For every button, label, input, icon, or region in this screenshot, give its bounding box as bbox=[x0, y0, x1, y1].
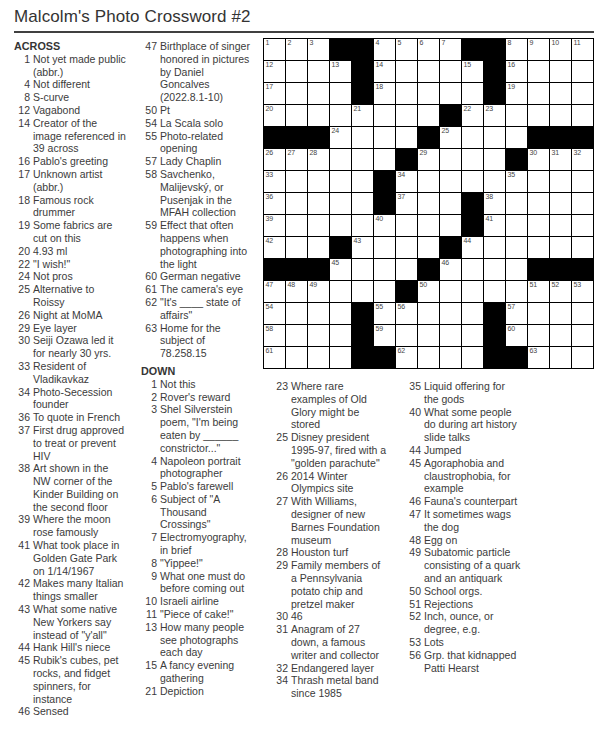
grid-cell[interactable] bbox=[440, 347, 462, 369]
grid-cell[interactable] bbox=[418, 325, 440, 347]
grid-cell[interactable] bbox=[352, 281, 374, 303]
clue-number: 58 bbox=[141, 168, 160, 219]
grid-cell[interactable] bbox=[462, 83, 484, 105]
grid-cell[interactable] bbox=[550, 105, 572, 127]
grid-cell[interactable] bbox=[352, 171, 374, 193]
grid-cell[interactable] bbox=[418, 171, 440, 193]
grid-cell[interactable] bbox=[506, 215, 528, 237]
grid-cell[interactable]: 25 bbox=[440, 127, 462, 149]
clue-number: 22 bbox=[14, 258, 33, 271]
grid-cell[interactable]: 51 bbox=[528, 281, 550, 303]
grid-cell[interactable] bbox=[330, 171, 352, 193]
grid-cell[interactable] bbox=[418, 105, 440, 127]
grid-cell[interactable] bbox=[572, 105, 594, 127]
grid-cell[interactable] bbox=[418, 193, 440, 215]
grid-cell[interactable] bbox=[374, 237, 396, 259]
grid-cell[interactable]: 48 bbox=[286, 281, 308, 303]
grid-cell[interactable] bbox=[528, 193, 550, 215]
clue-text: Sensed bbox=[33, 705, 126, 718]
clue-text: What took place in Golden Gate Park on 1… bbox=[33, 539, 126, 577]
cell-number: 27 bbox=[288, 149, 295, 157]
cell-number: 37 bbox=[398, 193, 405, 201]
grid-cell[interactable] bbox=[506, 259, 528, 281]
grid-cell[interactable] bbox=[352, 259, 374, 281]
grid-cell[interactable] bbox=[572, 347, 594, 369]
grid-cell[interactable] bbox=[550, 215, 572, 237]
grid-cell[interactable] bbox=[330, 303, 352, 325]
grid-cell[interactable] bbox=[462, 325, 484, 347]
clue: 16Pablo's greeting bbox=[14, 155, 126, 168]
grid-cell[interactable]: 11 bbox=[572, 39, 594, 61]
cell-number: 54 bbox=[266, 303, 273, 311]
clue: 17Unknown artist (abbr.) bbox=[14, 168, 126, 194]
grid-cell[interactable] bbox=[308, 347, 330, 369]
clue-text: It sometimes wags the dog bbox=[424, 508, 521, 534]
grid-cell[interactable] bbox=[484, 281, 506, 303]
cell-number: 26 bbox=[266, 149, 273, 157]
grid-cell[interactable] bbox=[462, 171, 484, 193]
cell-number: 18 bbox=[376, 83, 383, 91]
grid-cell[interactable]: 59 bbox=[374, 325, 396, 347]
cell-number: 42 bbox=[266, 237, 273, 245]
grid-cell[interactable]: 36 bbox=[264, 193, 286, 215]
grid-cell[interactable]: 20 bbox=[264, 105, 286, 127]
clue-number: 13 bbox=[141, 621, 160, 659]
cell-number: 3 bbox=[310, 39, 314, 47]
grid-cell[interactable]: 30 bbox=[528, 149, 550, 171]
clue: 30Seiji Ozawa led it for nearly 30 yrs. bbox=[14, 334, 126, 360]
grid-cell[interactable]: 45 bbox=[330, 259, 352, 281]
cell-number: 16 bbox=[508, 61, 515, 69]
grid-cell[interactable]: 55 bbox=[374, 303, 396, 325]
clue-text: To quote in French bbox=[33, 411, 126, 424]
grid-cell[interactable] bbox=[308, 215, 330, 237]
clue-number: 57 bbox=[141, 155, 160, 168]
grid-cell[interactable] bbox=[308, 61, 330, 83]
grid-cell[interactable] bbox=[418, 215, 440, 237]
grid-cell[interactable]: 14 bbox=[374, 61, 396, 83]
clue: 48Egg on bbox=[405, 534, 521, 547]
grid-cell[interactable] bbox=[440, 149, 462, 171]
grid-cell[interactable] bbox=[550, 171, 572, 193]
grid-cell[interactable] bbox=[330, 83, 352, 105]
clue: 35Liquid offering for the gods bbox=[405, 380, 521, 406]
grid-cell[interactable]: 23 bbox=[484, 105, 506, 127]
grid-cell[interactable]: 29 bbox=[418, 149, 440, 171]
cell-number: 20 bbox=[266, 105, 273, 113]
cell-number: 36 bbox=[266, 193, 273, 201]
black-cell bbox=[440, 237, 462, 259]
clue: 3046 bbox=[272, 610, 388, 623]
grid-cell[interactable]: 52 bbox=[550, 281, 572, 303]
grid-cell[interactable]: 5 bbox=[396, 39, 418, 61]
grid-cell[interactable] bbox=[484, 149, 506, 171]
clue-text: Night at MoMA bbox=[33, 309, 126, 322]
grid-cell[interactable]: 1 bbox=[264, 39, 286, 61]
clue-number: 49 bbox=[405, 546, 424, 584]
grid-cell[interactable] bbox=[286, 215, 308, 237]
grid-cell[interactable]: 40 bbox=[374, 215, 396, 237]
cell-number: 15 bbox=[464, 61, 471, 69]
clue: 55Photo-related opening bbox=[141, 130, 253, 156]
cell-number: 51 bbox=[530, 281, 537, 289]
black-cell bbox=[352, 325, 374, 347]
grid-cell[interactable] bbox=[484, 171, 506, 193]
clue-text: Thrash metal band since 1985 bbox=[291, 674, 388, 700]
clue: 29Eye layer bbox=[14, 322, 126, 335]
grid-cell[interactable]: 35 bbox=[506, 171, 528, 193]
cell-number: 55 bbox=[376, 303, 383, 311]
grid-cell[interactable] bbox=[484, 127, 506, 149]
grid-cell[interactable] bbox=[396, 215, 418, 237]
cell-number: 19 bbox=[508, 83, 515, 91]
clue-number: 56 bbox=[405, 649, 424, 675]
grid-cell[interactable] bbox=[352, 127, 374, 149]
black-cell bbox=[374, 171, 396, 193]
grid-cell[interactable]: 60 bbox=[506, 325, 528, 347]
clue-text: Houston turf bbox=[291, 546, 388, 559]
clue: 4Not different bbox=[14, 78, 126, 91]
grid-cell[interactable]: 6 bbox=[418, 39, 440, 61]
grid-cell[interactable]: 9 bbox=[528, 39, 550, 61]
grid-cell[interactable] bbox=[418, 83, 440, 105]
clue: 31Anagram of 27 down, a famous writer an… bbox=[272, 623, 388, 661]
grid-cell[interactable]: 57 bbox=[506, 303, 528, 325]
clue-text: Savchenko, Malijevský, or Pusenjak in th… bbox=[160, 168, 253, 219]
grid-cell[interactable] bbox=[330, 149, 352, 171]
clue-number: 44 bbox=[14, 641, 33, 654]
clue-text: Subject of "A Thousand Crossings" bbox=[160, 493, 253, 531]
grid-cell[interactable] bbox=[462, 127, 484, 149]
grid-cell[interactable] bbox=[550, 83, 572, 105]
grid-cell[interactable] bbox=[572, 215, 594, 237]
grid-cell[interactable]: 47 bbox=[264, 281, 286, 303]
grid-cell[interactable]: 15 bbox=[462, 61, 484, 83]
grid-cell[interactable]: 34 bbox=[396, 171, 418, 193]
grid-cell[interactable]: 41 bbox=[484, 215, 506, 237]
clue: 47Birthplace of singer honored in pictur… bbox=[141, 40, 253, 104]
grid-cell[interactable]: 12 bbox=[264, 61, 286, 83]
clue-text: Rubik's cubes, pet rocks, and fidget spi… bbox=[33, 654, 126, 705]
clue: 26Night at MoMA bbox=[14, 309, 126, 322]
grid-cell[interactable]: 2 bbox=[286, 39, 308, 61]
grid-cell[interactable] bbox=[550, 237, 572, 259]
black-cell bbox=[462, 39, 484, 61]
grid-cell[interactable] bbox=[440, 83, 462, 105]
grid-cell[interactable] bbox=[462, 347, 484, 369]
grid-cell[interactable] bbox=[550, 325, 572, 347]
grid-cell[interactable] bbox=[286, 171, 308, 193]
grid-cell[interactable] bbox=[572, 171, 594, 193]
grid-cell[interactable]: 22 bbox=[462, 105, 484, 127]
grid-cell[interactable]: 37 bbox=[396, 193, 418, 215]
grid-cell[interactable] bbox=[374, 127, 396, 149]
grid-cell[interactable] bbox=[396, 127, 418, 149]
grid-cell[interactable] bbox=[440, 281, 462, 303]
grid-cell[interactable] bbox=[352, 193, 374, 215]
grid-cell[interactable]: 56 bbox=[396, 303, 418, 325]
grid-cell[interactable]: 38 bbox=[484, 193, 506, 215]
grid-cell[interactable] bbox=[330, 193, 352, 215]
grid-cell[interactable] bbox=[440, 193, 462, 215]
grid-cell[interactable]: 44 bbox=[462, 237, 484, 259]
grid-cell[interactable] bbox=[308, 303, 330, 325]
grid-cell[interactable] bbox=[550, 61, 572, 83]
grid-cell[interactable] bbox=[308, 237, 330, 259]
grid-cell[interactable] bbox=[374, 105, 396, 127]
cell-number: 60 bbox=[508, 325, 515, 333]
grid-cell[interactable] bbox=[330, 215, 352, 237]
grid-cell[interactable] bbox=[286, 237, 308, 259]
grid-cell[interactable]: 17 bbox=[264, 83, 286, 105]
grid-cell[interactable] bbox=[286, 83, 308, 105]
grid-cell[interactable]: 18 bbox=[374, 83, 396, 105]
grid-cell[interactable] bbox=[506, 193, 528, 215]
black-cell bbox=[352, 39, 374, 61]
grid-cell[interactable] bbox=[572, 83, 594, 105]
grid-cell[interactable] bbox=[352, 149, 374, 171]
grid-cell[interactable]: 27 bbox=[286, 149, 308, 171]
grid-cell[interactable] bbox=[396, 105, 418, 127]
clue: 34Photo-Secession founder bbox=[14, 386, 126, 412]
black-cell bbox=[330, 39, 352, 61]
grid-cell[interactable] bbox=[550, 303, 572, 325]
clue-text: Makes many Italian things smaller bbox=[33, 577, 126, 603]
grid-cell[interactable]: 24 bbox=[330, 127, 352, 149]
grid-cell[interactable] bbox=[572, 237, 594, 259]
clue: 22"I wish!" bbox=[14, 258, 126, 271]
grid-cell[interactable] bbox=[286, 61, 308, 83]
grid-cell[interactable]: 46 bbox=[440, 259, 462, 281]
grid-cell[interactable]: 10 bbox=[550, 39, 572, 61]
grid-cell[interactable] bbox=[396, 61, 418, 83]
grid-cell[interactable]: 33 bbox=[264, 171, 286, 193]
clue-text: Famous rock drummer bbox=[33, 194, 126, 220]
grid-cell[interactable]: 4 bbox=[374, 39, 396, 61]
grid-cell[interactable]: 16 bbox=[506, 61, 528, 83]
grid-cell[interactable] bbox=[528, 215, 550, 237]
clue: 6Subject of "A Thousand Crossings" bbox=[141, 493, 253, 531]
black-cell bbox=[484, 303, 506, 325]
grid-cell[interactable]: 43 bbox=[352, 237, 374, 259]
black-cell bbox=[374, 193, 396, 215]
grid-cell[interactable] bbox=[528, 325, 550, 347]
clue: 5Pablo's farewell bbox=[141, 480, 253, 493]
grid-cell[interactable] bbox=[506, 127, 528, 149]
grid-cell[interactable]: 21 bbox=[352, 105, 374, 127]
grid-cell[interactable] bbox=[440, 171, 462, 193]
grid-cell[interactable] bbox=[308, 171, 330, 193]
clue-number: 26 bbox=[14, 309, 33, 322]
clue: 57Lady Chaplin bbox=[141, 155, 253, 168]
grid-cell[interactable]: 31 bbox=[550, 149, 572, 171]
grid-cell[interactable] bbox=[506, 281, 528, 303]
grid-cell[interactable] bbox=[528, 303, 550, 325]
black-cell bbox=[374, 347, 396, 369]
grid-cell[interactable]: 7 bbox=[440, 39, 462, 61]
clue-text: Inch, ounce, or degree, e.g. bbox=[424, 610, 521, 636]
clue-text: Unknown artist (abbr.) bbox=[33, 168, 126, 194]
clue-text: "It's ____ state of affairs" bbox=[160, 296, 253, 322]
clue: 7Electromyography, in brief bbox=[141, 531, 253, 557]
grid-cell[interactable]: 26 bbox=[264, 149, 286, 171]
grid-cell[interactable]: 63 bbox=[528, 347, 550, 369]
clue-text: What some people do during art history s… bbox=[424, 406, 521, 444]
clue-number: 10 bbox=[141, 595, 160, 608]
cell-number: 49 bbox=[310, 281, 317, 289]
clue-column-3: 23Where rare examples of Old Glory might… bbox=[272, 380, 388, 700]
clue-text: Photo-Secession founder bbox=[33, 386, 126, 412]
grid-cell[interactable] bbox=[286, 193, 308, 215]
black-cell bbox=[440, 105, 462, 127]
clue-text: 46 bbox=[291, 610, 388, 623]
clue-number: 33 bbox=[14, 360, 33, 386]
grid-cell[interactable]: 39 bbox=[264, 215, 286, 237]
grid-cell[interactable] bbox=[440, 325, 462, 347]
clue: 58Savchenko, Malijevský, or Pusenjak in … bbox=[141, 168, 253, 219]
grid-cell[interactable] bbox=[572, 193, 594, 215]
black-cell bbox=[308, 259, 330, 281]
across-clue-list-part2: 47Birthplace of singer honored in pictur… bbox=[141, 40, 253, 360]
clue-number: 53 bbox=[405, 636, 424, 649]
clue: 10Israeli airline bbox=[141, 595, 253, 608]
grid-cell[interactable] bbox=[374, 281, 396, 303]
grid-cell[interactable] bbox=[286, 325, 308, 347]
grid-cell[interactable] bbox=[308, 193, 330, 215]
grid-cell[interactable] bbox=[330, 325, 352, 347]
grid-cell[interactable]: 61 bbox=[264, 347, 286, 369]
cell-number: 10 bbox=[552, 39, 559, 47]
black-cell bbox=[528, 259, 550, 281]
grid-cell[interactable] bbox=[374, 149, 396, 171]
grid-cell[interactable] bbox=[528, 237, 550, 259]
grid-cell[interactable]: 42 bbox=[264, 237, 286, 259]
grid-cell[interactable] bbox=[286, 105, 308, 127]
black-cell bbox=[352, 61, 374, 83]
grid-cell[interactable] bbox=[462, 259, 484, 281]
black-cell bbox=[484, 347, 506, 369]
cell-number: 8 bbox=[508, 39, 512, 47]
cell-number: 62 bbox=[398, 347, 405, 355]
grid-cell[interactable]: 58 bbox=[264, 325, 286, 347]
grid-cell[interactable]: 49 bbox=[308, 281, 330, 303]
clue: 34Thrash metal band since 1985 bbox=[272, 674, 388, 700]
cell-number: 13 bbox=[332, 61, 339, 69]
grid-cell[interactable] bbox=[528, 61, 550, 83]
clue-number: 40 bbox=[405, 406, 424, 444]
grid-cell[interactable] bbox=[484, 237, 506, 259]
grid-cell[interactable] bbox=[418, 61, 440, 83]
clue-text: Lots bbox=[424, 636, 521, 649]
clue-text: Photo-related opening bbox=[160, 130, 253, 156]
grid-cell[interactable] bbox=[286, 347, 308, 369]
black-cell bbox=[550, 259, 572, 281]
clue-text: Hank Hill's niece bbox=[33, 641, 126, 654]
grid-cell[interactable] bbox=[330, 347, 352, 369]
grid-cell[interactable] bbox=[528, 83, 550, 105]
clue: 3Shel Silverstein poem, "I'm being eaten… bbox=[141, 403, 253, 454]
down-clue-list-part1: 1Not this2Rover's reward3Shel Silverstei… bbox=[141, 378, 253, 698]
clue: 4Napoleon portrait photographer bbox=[141, 455, 253, 481]
grid-cell[interactable] bbox=[374, 259, 396, 281]
clue-number: 2 bbox=[141, 391, 160, 404]
black-cell bbox=[308, 127, 330, 149]
grid-cell[interactable] bbox=[308, 105, 330, 127]
grid-cell[interactable] bbox=[396, 325, 418, 347]
clue-number: 24 bbox=[14, 270, 33, 283]
grid-cell[interactable]: 19 bbox=[506, 83, 528, 105]
grid-cell[interactable] bbox=[550, 193, 572, 215]
grid-cell[interactable] bbox=[528, 171, 550, 193]
grid-cell[interactable] bbox=[462, 303, 484, 325]
grid-cell[interactable]: 50 bbox=[418, 281, 440, 303]
clue: 44Hank Hill's niece bbox=[14, 641, 126, 654]
grid-cell[interactable] bbox=[418, 303, 440, 325]
grid-cell[interactable] bbox=[462, 281, 484, 303]
grid-cell[interactable] bbox=[308, 325, 330, 347]
clue-text: Electromyography, in brief bbox=[160, 531, 253, 557]
grid-cell[interactable] bbox=[418, 237, 440, 259]
cell-number: 14 bbox=[376, 61, 383, 69]
grid-cell[interactable] bbox=[572, 61, 594, 83]
grid-cell[interactable] bbox=[418, 347, 440, 369]
grid-cell[interactable] bbox=[572, 325, 594, 347]
grid-cell[interactable]: 28 bbox=[308, 149, 330, 171]
clue-text: Disney president 1995-97, fired with a "… bbox=[291, 431, 388, 469]
grid-cell[interactable] bbox=[506, 237, 528, 259]
clue-number: 35 bbox=[405, 380, 424, 406]
grid-cell[interactable] bbox=[396, 237, 418, 259]
clue-number: 29 bbox=[272, 559, 291, 610]
grid-cell[interactable]: 3 bbox=[308, 39, 330, 61]
grid-cell[interactable]: 32 bbox=[572, 149, 594, 171]
grid-cell[interactable] bbox=[330, 105, 352, 127]
cell-number: 12 bbox=[266, 61, 273, 69]
grid-cell[interactable] bbox=[396, 83, 418, 105]
grid-cell[interactable]: 62 bbox=[396, 347, 418, 369]
grid-cell[interactable] bbox=[440, 215, 462, 237]
clue-number: 11 bbox=[141, 608, 160, 621]
clue-number: 20 bbox=[14, 245, 33, 258]
grid-cell[interactable]: 54 bbox=[264, 303, 286, 325]
grid-cell[interactable]: 13 bbox=[330, 61, 352, 83]
cell-number: 25 bbox=[442, 127, 449, 135]
grid-cell[interactable] bbox=[396, 259, 418, 281]
clue-number: 37 bbox=[14, 424, 33, 462]
grid-cell[interactable]: 53 bbox=[572, 281, 594, 303]
grid-cell[interactable] bbox=[550, 347, 572, 369]
grid-cell[interactable] bbox=[528, 105, 550, 127]
grid-cell[interactable] bbox=[462, 149, 484, 171]
grid-cell[interactable] bbox=[440, 61, 462, 83]
clue: 33Resident of Vladikavkaz bbox=[14, 360, 126, 386]
grid-cell[interactable]: 8 bbox=[506, 39, 528, 61]
grid-cell[interactable] bbox=[506, 105, 528, 127]
clue-number: 34 bbox=[272, 674, 291, 700]
grid-cell[interactable] bbox=[440, 303, 462, 325]
grid-cell[interactable] bbox=[352, 215, 374, 237]
grid-cell[interactable] bbox=[330, 281, 352, 303]
black-cell bbox=[572, 127, 594, 149]
grid-cell[interactable] bbox=[572, 303, 594, 325]
clue-number: 29 bbox=[14, 322, 33, 335]
clue-number: 9 bbox=[141, 570, 160, 596]
grid-cell[interactable] bbox=[286, 303, 308, 325]
grid-cell[interactable] bbox=[484, 259, 506, 281]
black-cell bbox=[286, 259, 308, 281]
grid-cell[interactable] bbox=[308, 83, 330, 105]
clue-number: 54 bbox=[141, 117, 160, 130]
